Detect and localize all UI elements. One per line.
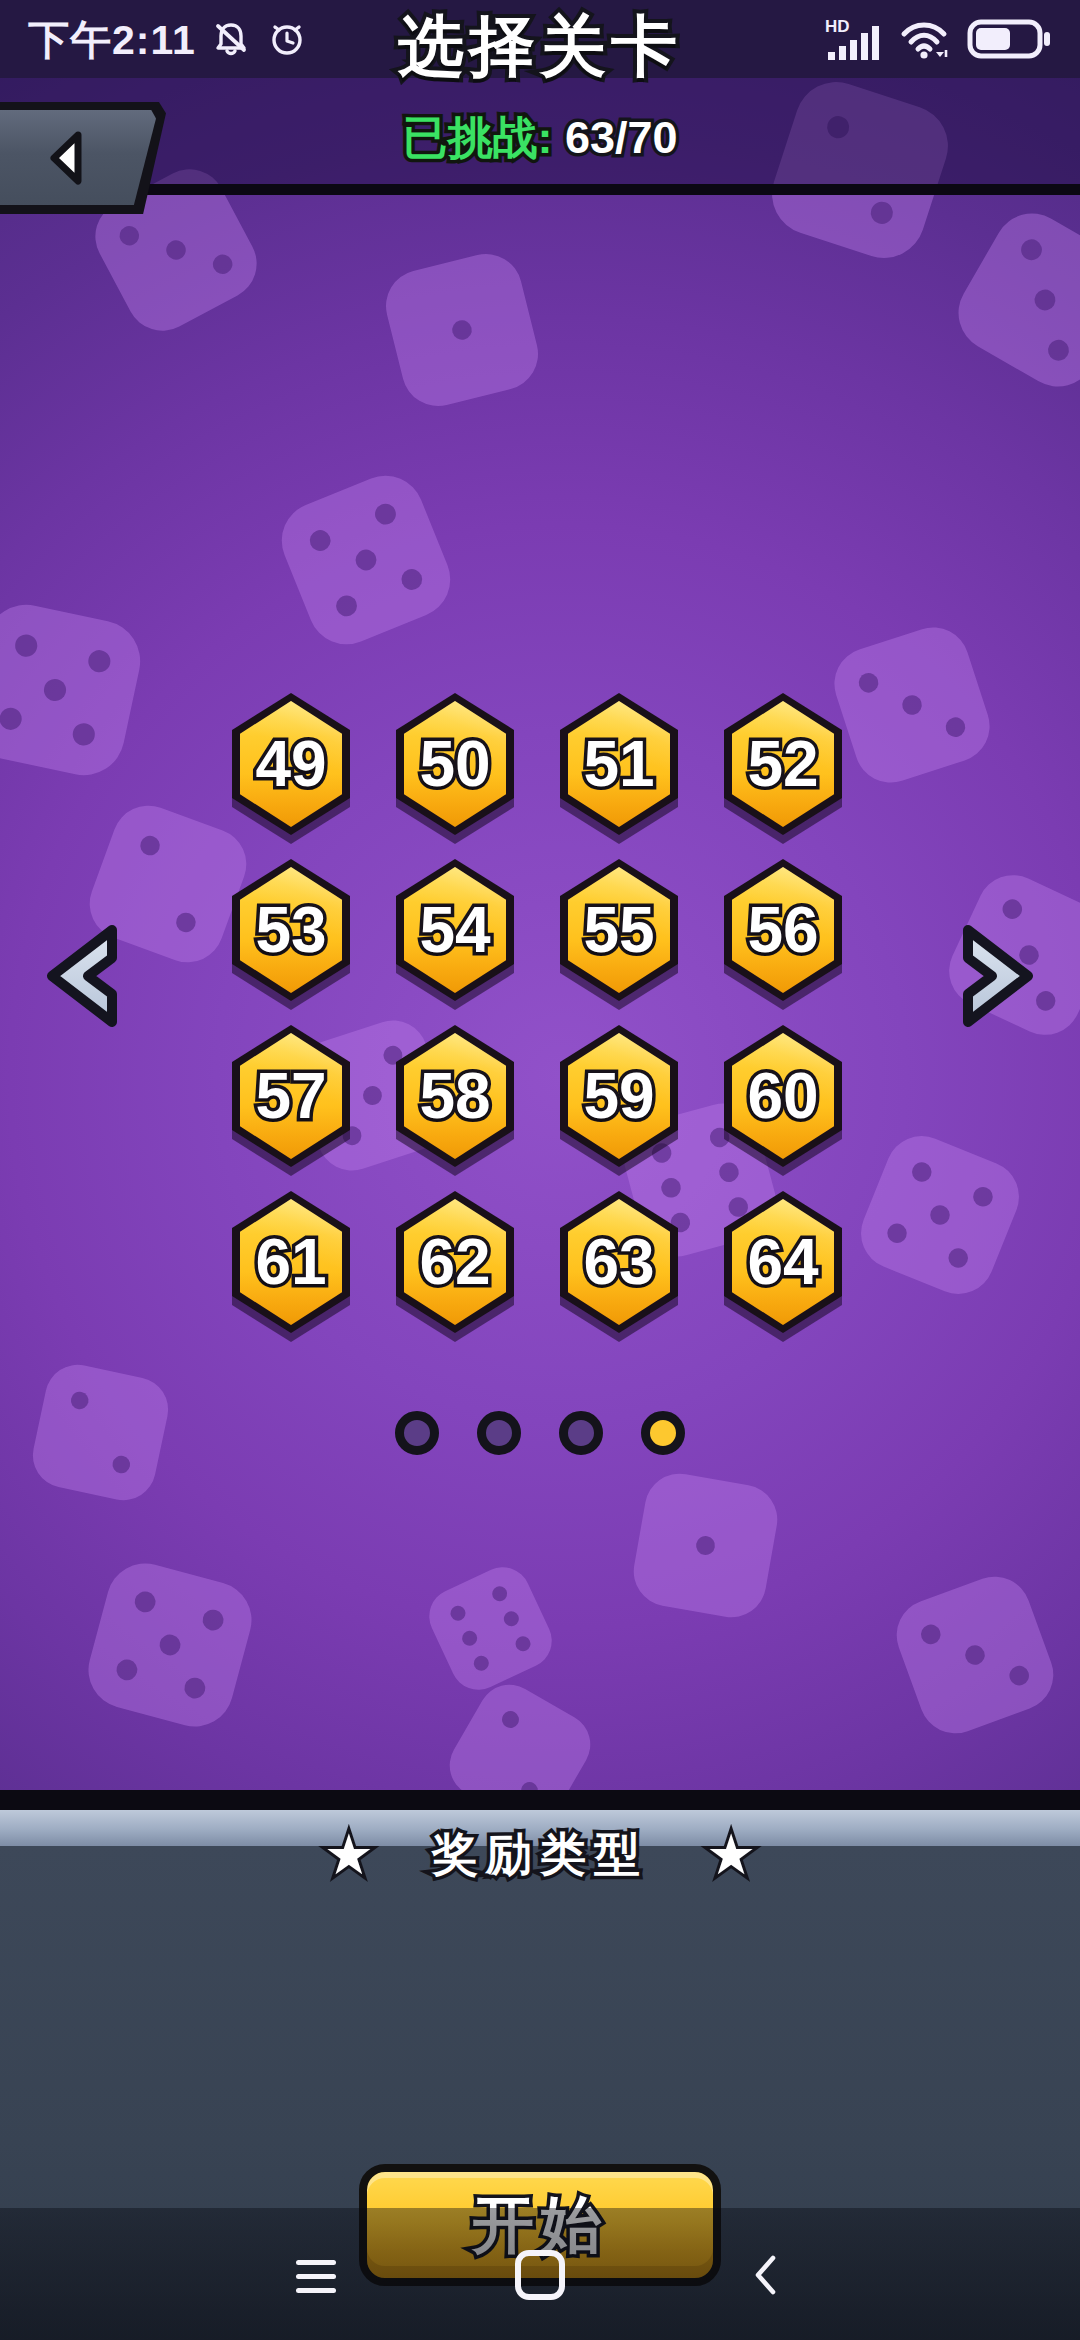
reward-title: 奖励类型 [432,1824,648,1886]
level-hex-59[interactable]: 59 [560,1025,678,1167]
level-number: 62 [396,1191,514,1333]
page-indicator [0,1411,1080,1455]
page-title: 选择关卡 [0,2,1080,92]
system-nav-bar [0,2208,1080,2340]
level-number: 56 [724,859,842,1001]
home-icon[interactable] [515,2250,565,2300]
page-dot-2[interactable] [477,1411,521,1455]
level-hex-49[interactable]: 49 [232,693,350,835]
level-number: 61 [232,1191,350,1333]
level-number: 63 [560,1191,678,1333]
level-hex-51[interactable]: 51 [560,693,678,835]
chevron-left-icon [42,920,122,1032]
die-1-decoration [621,1461,789,1629]
panel-top-border [0,1790,1080,1810]
level-number: 54 [396,859,514,1001]
level-hex-61[interactable]: 61 [232,1191,350,1333]
star-icon: ★ [324,1827,374,1883]
level-select-screen: 下午2:11 HD [0,0,1080,2340]
level-number: 53 [232,859,350,1001]
chevron-right-icon [958,920,1038,1032]
prev-page-arrow[interactable] [42,920,122,1032]
level-number: 58 [396,1025,514,1167]
level-number: 50 [396,693,514,835]
progress-value: 63/70 [552,112,677,164]
page-dot-4-active[interactable] [641,1411,685,1455]
die-5-decoration [72,1547,268,1743]
level-hex-62[interactable]: 62 [396,1191,514,1333]
page-dot-1[interactable] [395,1411,439,1455]
nav-back-icon[interactable] [752,2252,778,2298]
level-number: 49 [232,693,350,835]
die-3-decoration [879,1559,1071,1751]
level-number: 60 [724,1025,842,1167]
level-hex-50[interactable]: 50 [396,693,514,835]
level-number: 64 [724,1191,842,1333]
level-number: 51 [560,693,678,835]
level-number: 55 [560,859,678,1001]
die-3-decoration [817,610,1006,799]
level-hex-52[interactable]: 52 [724,693,842,835]
page-dot-3[interactable] [559,1411,603,1455]
progress-prefix: 已挑战: [402,108,552,168]
level-hex-64[interactable]: 64 [724,1191,842,1333]
reward-title-row: ★ 奖励类型 ★ [0,1820,1080,1890]
recents-icon[interactable] [296,2260,336,2302]
die-3-decoration [936,191,1080,410]
level-number: 59 [560,1025,678,1167]
star-icon: ★ [706,1827,756,1883]
level-hex-60[interactable]: 60 [724,1025,842,1167]
level-hex-63[interactable]: 63 [560,1191,678,1333]
back-arrow-icon [36,126,96,190]
next-page-arrow[interactable] [958,920,1038,1032]
level-hex-56[interactable]: 56 [724,859,842,1001]
level-hex-58[interactable]: 58 [396,1025,514,1167]
back-button[interactable] [0,102,166,214]
die-5-decoration [262,456,470,664]
level-hex-55[interactable]: 55 [560,859,678,1001]
die-5-decoration [0,589,156,791]
die-1-decoration [371,239,553,421]
die-5-decoration [842,1117,1037,1312]
level-number: 52 [724,693,842,835]
level-hex-57[interactable]: 57 [232,1025,350,1167]
level-hex-53[interactable]: 53 [232,859,350,1001]
level-hex-54[interactable]: 54 [396,859,514,1001]
level-number: 57 [232,1025,350,1167]
